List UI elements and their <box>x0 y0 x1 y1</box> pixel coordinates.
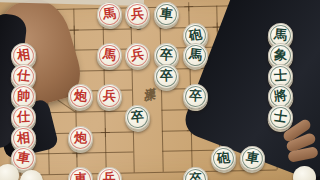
grid-line <box>20 169 277 175</box>
point-marker <box>101 127 110 136</box>
piece-character: 仕 <box>16 66 31 85</box>
piece-character: 兵 <box>131 4 145 23</box>
river-label-han-jie: 漢界 <box>140 77 153 83</box>
piece-character: 卒 <box>188 87 202 105</box>
piece-character: 帥 <box>17 87 31 105</box>
piece-character: 兵 <box>102 86 116 105</box>
piece-red-cannon[interactable]: 炮 <box>68 125 93 150</box>
piece-character: 相 <box>16 127 31 146</box>
piece-character: 卒 <box>188 169 202 180</box>
piece-character: 車 <box>74 169 88 180</box>
piece-character: 卒 <box>160 66 173 84</box>
point-marker <box>184 2 193 11</box>
piece-character: 車 <box>159 4 174 23</box>
piece-character: 馬 <box>274 25 289 44</box>
piece-black-soldier[interactable]: 卒 <box>154 64 179 89</box>
piece-character: 炮 <box>74 128 87 146</box>
piece-character: 將 <box>273 86 288 105</box>
piece-character: 車 <box>245 148 261 168</box>
piece-character: 馬 <box>188 45 203 64</box>
piece-character: 兵 <box>103 169 116 180</box>
point-marker <box>70 25 79 34</box>
piece-character: 仕 <box>17 107 31 125</box>
piece-character: 士 <box>274 66 288 85</box>
piece-character: 砲 <box>216 148 231 167</box>
piece-character: 馬 <box>102 45 117 65</box>
piece-character: 卒 <box>160 45 174 64</box>
piece-character: 馬 <box>102 4 117 23</box>
xiangqi-photo-stage: 楚河 漢界 相仕帥仕相車炮炮車馬馬兵兵兵兵車卒卒卒砲馬卒卒砲車馬象士將士 <box>0 0 320 180</box>
piece-character: 炮 <box>74 86 89 105</box>
piece-character: 象 <box>274 46 287 64</box>
piece-character: 砲 <box>187 24 203 44</box>
piece-character: 卒 <box>131 107 146 126</box>
piece-character: 相 <box>16 45 32 65</box>
